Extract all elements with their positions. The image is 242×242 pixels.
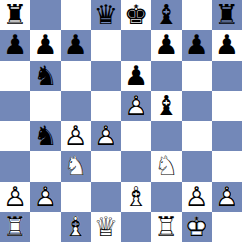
- square-c8[interactable]: [61, 0, 91, 30]
- square-g1[interactable]: ♚♔: [182, 212, 212, 242]
- square-g6[interactable]: [182, 61, 212, 91]
- piece-black-pawn-g7[interactable]: ♟: [182, 30, 212, 60]
- square-e1[interactable]: [121, 212, 151, 242]
- square-c4[interactable]: ♟♙: [61, 121, 91, 151]
- piece-white-bishop-c1[interactable]: ♝♗: [61, 212, 91, 242]
- piece-white-bishop-e2[interactable]: ♝♗: [121, 182, 151, 212]
- square-e5[interactable]: ♟♙: [121, 91, 151, 121]
- square-b8[interactable]: [30, 0, 60, 30]
- square-d1[interactable]: ♛♕: [91, 212, 121, 242]
- square-d6[interactable]: [91, 61, 121, 91]
- piece-white-knight-c3[interactable]: ♞♘: [61, 151, 91, 181]
- square-d3[interactable]: [91, 151, 121, 181]
- square-b3[interactable]: [30, 151, 60, 181]
- square-g3[interactable]: [182, 151, 212, 181]
- piece-black-pawn-b7[interactable]: ♟: [30, 30, 60, 60]
- square-f8[interactable]: ♝: [151, 0, 181, 30]
- square-c1[interactable]: ♝♗: [61, 212, 91, 242]
- square-f7[interactable]: ♟: [151, 30, 181, 60]
- piece-black-knight-b6[interactable]: ♞: [30, 61, 60, 91]
- piece-white-pawn-a2[interactable]: ♟♙: [0, 182, 30, 212]
- square-f5[interactable]: ♝: [151, 91, 181, 121]
- square-f1[interactable]: ♜♖: [151, 212, 181, 242]
- square-a3[interactable]: [0, 151, 30, 181]
- square-e2[interactable]: ♝♗: [121, 182, 151, 212]
- square-g8[interactable]: [182, 0, 212, 30]
- piece-white-rook-a1[interactable]: ♜♖: [0, 212, 30, 242]
- piece-black-pawn-e6[interactable]: ♟: [121, 61, 151, 91]
- square-g7[interactable]: ♟: [182, 30, 212, 60]
- square-h4[interactable]: [212, 121, 242, 151]
- square-b2[interactable]: ♟♙: [30, 182, 60, 212]
- piece-white-king-g1[interactable]: ♚♔: [182, 212, 212, 242]
- piece-black-bishop-f5[interactable]: ♝: [151, 91, 181, 121]
- square-g5[interactable]: [182, 91, 212, 121]
- square-h1[interactable]: [212, 212, 242, 242]
- piece-white-pawn-h2[interactable]: ♟♙: [212, 182, 242, 212]
- piece-black-pawn-h7[interactable]: ♟: [212, 30, 242, 60]
- square-d8[interactable]: ♛: [91, 0, 121, 30]
- piece-black-pawn-c7[interactable]: ♟: [61, 30, 91, 60]
- square-e4[interactable]: [121, 121, 151, 151]
- square-c7[interactable]: ♟: [61, 30, 91, 60]
- square-b6[interactable]: ♞: [30, 61, 60, 91]
- square-h8[interactable]: ♜: [212, 0, 242, 30]
- square-g2[interactable]: ♟♙: [182, 182, 212, 212]
- square-h5[interactable]: [212, 91, 242, 121]
- square-d5[interactable]: [91, 91, 121, 121]
- square-c5[interactable]: [61, 91, 91, 121]
- square-d4[interactable]: ♟♙: [91, 121, 121, 151]
- piece-white-knight-f3[interactable]: ♞♘: [151, 151, 181, 181]
- piece-white-queen-d1[interactable]: ♛♕: [91, 212, 121, 242]
- piece-black-rook-a8[interactable]: ♜: [0, 0, 30, 30]
- square-h7[interactable]: ♟: [212, 30, 242, 60]
- square-b1[interactable]: [30, 212, 60, 242]
- square-b5[interactable]: [30, 91, 60, 121]
- piece-black-king-e8[interactable]: ♚: [121, 0, 151, 30]
- square-f6[interactable]: [151, 61, 181, 91]
- square-a5[interactable]: [0, 91, 30, 121]
- piece-white-pawn-c4[interactable]: ♟♙: [61, 121, 91, 151]
- chess-board: ♜♛♚♝♜♟♟♟♟♟♟♞♟♟♙♝♞♟♙♟♙♞♘♞♘♟♙♟♙♝♗♟♙♟♙♜♖♝♗♛…: [0, 0, 242, 242]
- square-b4[interactable]: ♞: [30, 121, 60, 151]
- piece-white-pawn-d4[interactable]: ♟♙: [91, 121, 121, 151]
- piece-black-pawn-a7[interactable]: ♟: [0, 30, 30, 60]
- square-h3[interactable]: [212, 151, 242, 181]
- square-b7[interactable]: ♟: [30, 30, 60, 60]
- square-e3[interactable]: [121, 151, 151, 181]
- square-f3[interactable]: ♞♘: [151, 151, 181, 181]
- piece-white-pawn-e5[interactable]: ♟♙: [121, 91, 151, 121]
- piece-white-pawn-b2[interactable]: ♟♙: [30, 182, 60, 212]
- square-a7[interactable]: ♟: [0, 30, 30, 60]
- piece-white-rook-f1[interactable]: ♜♖: [151, 212, 181, 242]
- square-a8[interactable]: ♜: [0, 0, 30, 30]
- square-c6[interactable]: [61, 61, 91, 91]
- square-c3[interactable]: ♞♘: [61, 151, 91, 181]
- square-d2[interactable]: [91, 182, 121, 212]
- piece-black-bishop-f8[interactable]: ♝: [151, 0, 181, 30]
- square-e7[interactable]: [121, 30, 151, 60]
- square-a2[interactable]: ♟♙: [0, 182, 30, 212]
- piece-black-knight-b4[interactable]: ♞: [30, 121, 60, 151]
- square-c2[interactable]: [61, 182, 91, 212]
- square-a4[interactable]: [0, 121, 30, 151]
- square-e6[interactable]: ♟: [121, 61, 151, 91]
- square-f4[interactable]: [151, 121, 181, 151]
- square-a6[interactable]: [0, 61, 30, 91]
- piece-black-pawn-f7[interactable]: ♟: [151, 30, 181, 60]
- square-h6[interactable]: [212, 61, 242, 91]
- piece-black-rook-h8[interactable]: ♜: [212, 0, 242, 30]
- piece-black-queen-d8[interactable]: ♛: [91, 0, 121, 30]
- square-f2[interactable]: [151, 182, 181, 212]
- square-e8[interactable]: ♚: [121, 0, 151, 30]
- square-h2[interactable]: ♟♙: [212, 182, 242, 212]
- square-g4[interactable]: [182, 121, 212, 151]
- piece-white-pawn-g2[interactable]: ♟♙: [182, 182, 212, 212]
- square-d7[interactable]: [91, 30, 121, 60]
- square-a1[interactable]: ♜♖: [0, 212, 30, 242]
